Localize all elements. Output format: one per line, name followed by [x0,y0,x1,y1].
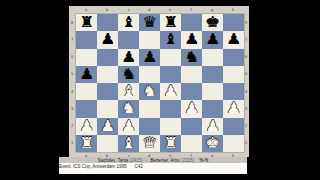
black-pawn-piece: ♟ [226,32,241,47]
square-g5 [202,66,223,83]
square-d1: ♛ [139,135,160,152]
square-d6: ♟ [139,49,160,66]
square-h4 [223,83,244,100]
rank-label-1: 1 [69,135,76,152]
rank-label-7: 7 [244,31,249,48]
black-pawn-piece: ♟ [100,32,115,47]
square-c2: ♟ [118,118,139,135]
black-pawn-piece: ♟ [205,32,220,47]
square-a6 [76,49,97,66]
square-c4: ♝ [118,83,139,100]
white-pawn-piece: ♟ [79,118,94,133]
square-e5 [160,66,181,83]
square-f6: ♞ [181,49,202,66]
square-h1 [223,135,244,152]
square-g1: ♚ [202,135,223,152]
black-bishop-piece: ♝ [121,15,136,30]
square-c7 [118,31,139,48]
square-b8 [97,14,118,31]
square-a3 [76,100,97,117]
square-a4 [76,83,97,100]
square-g4 [202,83,223,100]
square-c8: ♝ [118,14,139,31]
white-bishop-piece: ♝ [121,84,136,99]
square-h7: ♟ [223,31,244,48]
rank-label-7: 7 [69,31,76,48]
square-f5 [181,66,202,83]
rank-label-4: 4 [244,83,249,100]
file-label-c: c [118,6,139,14]
file-label-a: a [76,6,97,14]
black-queen-piece: ♛ [142,15,157,30]
black-pawn-piece: ♟ [79,66,94,81]
square-g6 [202,49,223,66]
square-f4 [181,83,202,100]
square-g7: ♟ [202,31,223,48]
rank-label-6: 6 [69,49,76,66]
square-f3: ♟ [181,100,202,117]
white-queen-piece: ♛ [142,135,157,150]
rank-label-2: 2 [244,118,249,135]
square-h8 [223,14,244,31]
square-c6: ♟ [118,49,139,66]
file-label-e: e [160,6,181,14]
square-b6 [97,49,118,66]
square-b5 [97,66,118,83]
square-g3 [202,100,223,117]
black-knight-piece: ♞ [184,49,199,64]
square-d5 [139,66,160,83]
square-f8 [181,14,202,31]
rank-label-4: 4 [69,83,76,100]
white-pawn-piece: ♟ [163,84,178,99]
square-c3: ♞ [118,100,139,117]
rank-labels-left: 87654321 [69,14,76,152]
white-pawn-piece: ♟ [205,118,220,133]
rank-label-5: 5 [244,66,249,83]
square-d2 [139,118,160,135]
black-pawn-piece: ♟ [184,32,199,47]
square-a7 [76,31,97,48]
file-label-g: g [202,6,223,14]
square-e2 [160,118,181,135]
white-pawn-piece: ♟ [184,101,199,116]
white-bishop-piece: ♝ [121,135,136,150]
white-king-piece: ♚ [205,135,220,150]
square-d4: ♞ [139,83,160,100]
black-rook-piece: ♜ [79,15,94,30]
black-bishop-piece: ♝ [163,32,178,47]
square-d8: ♛ [139,14,160,31]
square-b7: ♟ [97,31,118,48]
black-rook-piece: ♜ [163,15,178,30]
board: ♜♝♛♜♚♟♝♟♟♟♟♟♞♟♞♝♞♟♞♟♟♟♟♟♟♜♝♛♜♚ [76,14,244,152]
square-c5: ♞ [118,66,139,83]
square-b1 [97,135,118,152]
white-rook-piece: ♜ [163,135,178,150]
rank-label-1: 1 [244,135,249,152]
rank-label-5: 5 [69,66,76,83]
square-e3 [160,100,181,117]
square-a8: ♜ [76,14,97,31]
square-f7: ♟ [181,31,202,48]
square-g8: ♚ [202,14,223,31]
black-pawn-piece: ♟ [121,49,136,64]
rank-label-8: 8 [244,14,249,31]
rank-label-3: 3 [69,100,76,117]
square-f2 [181,118,202,135]
rank-label-2: 2 [69,118,76,135]
square-h5 [223,66,244,83]
square-b4 [97,83,118,100]
black-pawn-piece: ♟ [142,49,157,64]
file-label-h: h [223,6,244,14]
square-g2: ♟ [202,118,223,135]
square-b3 [97,100,118,117]
video-frame: { "game": "chess", "position": { "fen": … [0,0,320,180]
file-labels-top: abcdefgh [76,6,244,14]
square-b2: ♟ [97,118,118,135]
white-rook-piece: ♜ [79,135,94,150]
black-knight-piece: ♞ [121,66,136,81]
file-label-f: f [181,6,202,14]
square-e6 [160,49,181,66]
white-pawn-piece: ♟ [226,101,241,116]
white-knight-piece: ♞ [142,84,157,99]
square-a1: ♜ [76,135,97,152]
square-c1: ♝ [118,135,139,152]
square-a5: ♟ [76,66,97,83]
square-d7 [139,31,160,48]
square-e4: ♟ [160,83,181,100]
black-king-piece: ♚ [205,15,220,30]
game-details-box: Event: ICS Cup, Amsterdam 1995 C42 12. h… [59,163,247,174]
file-label-b: b [97,6,118,14]
square-d3 [139,100,160,117]
rank-label-6: 6 [244,49,249,66]
event-text: Event: ICS Cup, Amsterdam 1995 [59,163,127,169]
square-e1: ♜ [160,135,181,152]
rank-labels-right: 87654321 [244,14,249,152]
square-a2: ♟ [76,118,97,135]
white-pawn-piece: ♟ [100,118,115,133]
chess-window: abcdefgh ♜♝♛♜♚♟♝♟♟♟♟♟♞♟♞♝♞♟♞♟♟♟♟♟♟♜♝♛♜♚ … [69,6,249,157]
square-e8: ♜ [160,14,181,31]
rank-label-3: 3 [244,100,249,117]
square-f1 [181,135,202,152]
square-h6 [223,49,244,66]
square-h3: ♟ [223,100,244,117]
eco-code: C42 [135,163,143,169]
game-info-panel: Sachdev, Tania (2415) - Bezemer, Arno (2… [59,157,247,174]
white-pawn-piece: ♟ [121,118,136,133]
white-knight-piece: ♞ [121,101,136,116]
file-label-d: d [139,6,160,14]
square-e7: ♝ [160,31,181,48]
rank-label-8: 8 [69,14,76,31]
square-h2 [223,118,244,135]
